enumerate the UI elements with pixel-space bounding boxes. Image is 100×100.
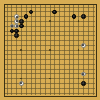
star-point — [78, 78, 80, 80]
intersection[interactable] — [81, 14, 86, 19]
star-point — [20, 49, 22, 51]
white-stone-R5 — [81, 72, 86, 77]
move-number-mark — [16, 16, 18, 18]
black-stone-L18 — [52, 10, 57, 15]
star-point — [49, 78, 51, 80]
move-number-mark — [11, 25, 13, 27]
star-point — [49, 49, 51, 51]
move-number-mark — [82, 73, 84, 75]
move-number-mark — [82, 44, 84, 46]
intersection[interactable] — [19, 81, 24, 86]
intersection[interactable] — [91, 91, 96, 96]
star-point — [20, 78, 22, 80]
black-stone-D15 — [19, 24, 24, 29]
black-stone-D16 — [19, 19, 24, 24]
go-board-grid[interactable] — [5, 5, 96, 96]
star-point — [78, 20, 80, 22]
black-stone-R17 — [81, 14, 86, 19]
white-stone-D3 — [19, 81, 24, 86]
black-stone-R3 — [81, 81, 86, 86]
star-point — [49, 20, 51, 22]
white-stone-R11 — [81, 43, 86, 48]
board-frame — [4, 4, 97, 97]
intersection[interactable] — [81, 43, 86, 48]
intersection[interactable] — [14, 33, 19, 38]
intersection[interactable] — [71, 14, 76, 19]
black-stone-C13 — [14, 33, 19, 38]
move-number-mark — [16, 20, 18, 22]
black-stone-P17 — [72, 14, 77, 19]
star-point — [78, 49, 80, 51]
move-number-mark — [20, 82, 22, 84]
intersection[interactable] — [81, 71, 86, 76]
move-number-mark — [16, 25, 18, 27]
go-board-screenshot — [0, 0, 100, 100]
intersection[interactable] — [81, 81, 86, 86]
